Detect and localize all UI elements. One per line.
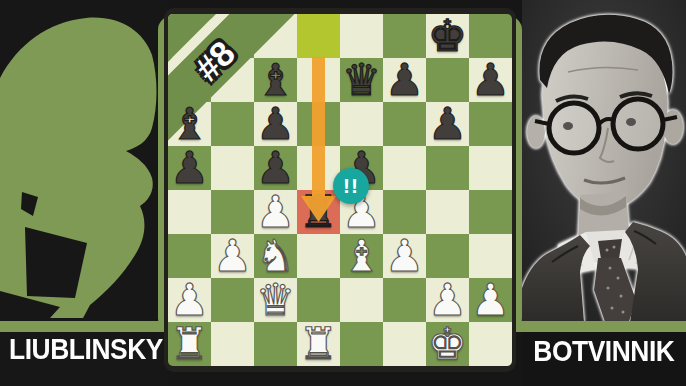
black-bishop[interactable]: ♝: [168, 102, 211, 146]
chess-board-frame: #8 ♜♜♚♟♛♟♟♟♞♝♟♟♟♜♟♟♟♝♟♟♝♛♟♟♚ !!: [164, 8, 516, 372]
white-pawn[interactable]: ♟: [168, 278, 211, 322]
chess-board[interactable]: #8 ♜♜♚♟♛♟♟♟♞♝♟♟♟♜♟♟♟♝♟♟♝♛♟♟♚ !!: [168, 14, 512, 366]
black-rook[interactable]: ♜: [297, 190, 340, 234]
black-pawn[interactable]: ♟: [254, 146, 297, 190]
brilliant-move-badge: !!: [333, 168, 369, 204]
white-pawn[interactable]: ♟: [383, 234, 426, 278]
black-king[interactable]: ♚: [426, 14, 469, 58]
right-player-name: BOTVINNIK: [533, 334, 674, 368]
thumbnail: #8 ♜♜♚♟♛♟♟♟♞♝♟♟♟♜♟♟♟♝♟♟♝♛♟♟♚ !! LIUBLINS…: [0, 0, 686, 386]
black-pawn[interactable]: ♟: [168, 146, 211, 190]
black-pawn[interactable]: ♟: [254, 102, 297, 146]
black-pawn[interactable]: ♟: [426, 102, 469, 146]
brilliant-move-text: !!: [343, 174, 359, 198]
black-bishop[interactable]: ♝: [254, 58, 297, 102]
white-pawn[interactable]: ♟: [211, 234, 254, 278]
white-rook[interactable]: ♜: [168, 322, 211, 366]
white-pawn[interactable]: ♟: [254, 190, 297, 234]
white-pawn[interactable]: ♟: [469, 278, 512, 322]
white-king[interactable]: ♚: [426, 322, 469, 366]
botvinnik-portrait: [522, 0, 686, 322]
black-pawn[interactable]: ♟: [469, 58, 512, 102]
black-queen[interactable]: ♛: [340, 58, 383, 102]
white-rook[interactable]: ♜: [297, 322, 340, 366]
white-knight[interactable]: ♞: [254, 234, 297, 278]
white-queen[interactable]: ♛: [254, 278, 297, 322]
black-pawn[interactable]: ♟: [383, 58, 426, 102]
white-pawn[interactable]: ♟: [426, 278, 469, 322]
white-bishop[interactable]: ♝: [340, 234, 383, 278]
left-player-name: LIUBLINSKY: [9, 332, 163, 366]
